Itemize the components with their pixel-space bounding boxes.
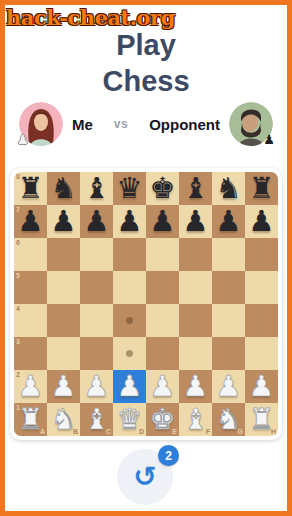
chess-board: 8♜♞♝♛♚♝♞♜7♟♟♟♟♟♟♟♟65432♟♟♟♟♟♟♟♟1A♜B♞C♝D♛… — [14, 172, 278, 436]
page: hack-cheat.org Play Chess ♟ Me vs — [5, 5, 287, 511]
black-knight-g8: ♞ — [216, 172, 242, 205]
square-d3[interactable] — [113, 337, 146, 370]
square-c5[interactable] — [80, 271, 113, 304]
square-c1[interactable]: C♝ — [80, 403, 113, 436]
black-pawn-g7: ♟ — [216, 205, 242, 238]
square-f3[interactable] — [179, 337, 212, 370]
file-label-c: C — [106, 428, 111, 435]
black-pawn-d7: ♟ — [117, 205, 143, 238]
square-a7[interactable]: 7♟ — [14, 205, 47, 238]
square-e3[interactable] — [146, 337, 179, 370]
square-b1[interactable]: B♞ — [47, 403, 80, 436]
rank-label-6: 6 — [16, 239, 20, 246]
square-f8[interactable]: ♝ — [179, 172, 212, 205]
square-b2[interactable]: ♟ — [47, 370, 80, 403]
square-g6[interactable] — [212, 238, 245, 271]
file-label-a: A — [40, 428, 45, 435]
rank-label-7: 7 — [16, 206, 20, 213]
watermark-text: hack-cheat.org — [6, 5, 175, 30]
white-pawn-f2: ♟ — [183, 370, 209, 403]
player-opponent: Opponent ♟ — [149, 102, 273, 146]
black-pawn-h7: ♟ — [249, 205, 275, 238]
square-g4[interactable] — [212, 304, 245, 337]
square-e6[interactable] — [146, 238, 179, 271]
square-g7[interactable]: ♟ — [212, 205, 245, 238]
move-hint-dot-d4 — [126, 317, 133, 324]
black-pawn-e7: ♟ — [150, 205, 176, 238]
square-b4[interactable] — [47, 304, 80, 337]
square-b7[interactable]: ♟ — [47, 205, 80, 238]
white-pawn-h2: ♟ — [249, 370, 275, 403]
rank-label-5: 5 — [16, 272, 20, 279]
square-h6[interactable] — [245, 238, 278, 271]
square-g8[interactable]: ♞ — [212, 172, 245, 205]
square-e7[interactable]: ♟ — [146, 205, 179, 238]
square-h2[interactable]: ♟ — [245, 370, 278, 403]
square-f1[interactable]: F♝ — [179, 403, 212, 436]
black-bishop-f8: ♝ — [183, 172, 209, 205]
square-a5[interactable]: 5 — [14, 271, 47, 304]
chess-board-card: 8♜♞♝♛♚♝♞♜7♟♟♟♟♟♟♟♟65432♟♟♟♟♟♟♟♟1A♜B♞C♝D♛… — [10, 168, 282, 440]
square-d2[interactable]: ♟ — [113, 370, 146, 403]
file-label-d: D — [139, 428, 144, 435]
me-color-pawn-icon: ♟ — [17, 133, 29, 146]
square-d1[interactable]: D♛ — [113, 403, 146, 436]
square-h3[interactable] — [245, 337, 278, 370]
square-c2[interactable]: ♟ — [80, 370, 113, 403]
square-c6[interactable] — [80, 238, 113, 271]
square-h7[interactable]: ♟ — [245, 205, 278, 238]
players-row: ♟ Me vs Opponent ♟ — [5, 100, 287, 148]
square-c7[interactable]: ♟ — [80, 205, 113, 238]
square-e4[interactable] — [146, 304, 179, 337]
square-e1[interactable]: E♚ — [146, 403, 179, 436]
file-label-g: G — [238, 428, 243, 435]
square-f5[interactable] — [179, 271, 212, 304]
black-pawn-c7: ♟ — [84, 205, 110, 238]
vs-label: vs — [114, 117, 128, 131]
me-avatar-wrap: ♟ — [19, 102, 63, 146]
white-pawn-d2: ♟ — [117, 370, 143, 403]
square-h4[interactable] — [245, 304, 278, 337]
square-a6[interactable]: 6 — [14, 238, 47, 271]
white-bishop-f1: ♝ — [183, 403, 209, 436]
square-d8[interactable]: ♛ — [113, 172, 146, 205]
square-c8[interactable]: ♝ — [80, 172, 113, 205]
white-pawn-b2: ♟ — [51, 370, 77, 403]
move-hint-dot-d3 — [126, 350, 133, 357]
square-d7[interactable]: ♟ — [113, 205, 146, 238]
undo-control: ↺ 2 — [117, 447, 175, 505]
me-label: Me — [72, 116, 93, 133]
black-knight-b8: ♞ — [51, 172, 77, 205]
black-bishop-c8: ♝ — [84, 172, 110, 205]
title-line-2: Chess — [5, 63, 287, 99]
rank-label-1: 1 — [16, 404, 20, 411]
black-queen-d8: ♛ — [117, 172, 143, 205]
square-e8[interactable]: ♚ — [146, 172, 179, 205]
undo-icon: ↺ — [133, 463, 156, 491]
square-f2[interactable]: ♟ — [179, 370, 212, 403]
black-king-e8: ♚ — [150, 172, 176, 205]
square-a2[interactable]: 2♟ — [14, 370, 47, 403]
square-h5[interactable] — [245, 271, 278, 304]
square-d4[interactable] — [113, 304, 146, 337]
square-a8[interactable]: 8♜ — [14, 172, 47, 205]
opponent-avatar-wrap: ♟ — [229, 102, 273, 146]
rank-label-2: 2 — [16, 371, 20, 378]
opponent-color-pawn-icon: ♟ — [263, 133, 275, 146]
square-e5[interactable] — [146, 271, 179, 304]
square-f7[interactable]: ♟ — [179, 205, 212, 238]
white-pawn-g2: ♟ — [216, 370, 242, 403]
square-b6[interactable] — [47, 238, 80, 271]
square-h8[interactable]: ♜ — [245, 172, 278, 205]
square-g5[interactable] — [212, 271, 245, 304]
black-pawn-f7: ♟ — [183, 205, 209, 238]
black-pawn-b7: ♟ — [51, 205, 77, 238]
opponent-label: Opponent — [149, 116, 220, 133]
file-label-h: H — [271, 428, 276, 435]
white-pawn-a2: ♟ — [18, 370, 44, 403]
square-b8[interactable]: ♞ — [47, 172, 80, 205]
file-label-e: E — [172, 428, 177, 435]
black-rook-a8: ♜ — [18, 172, 44, 205]
square-g3[interactable] — [212, 337, 245, 370]
square-g2[interactable]: ♟ — [212, 370, 245, 403]
square-d6[interactable] — [113, 238, 146, 271]
square-g1[interactable]: G♞ — [212, 403, 245, 436]
player-me: ♟ Me — [19, 102, 93, 146]
square-b3[interactable] — [47, 337, 80, 370]
square-c3[interactable] — [80, 337, 113, 370]
file-label-b: B — [73, 428, 78, 435]
square-f6[interactable] — [179, 238, 212, 271]
rank-label-4: 4 — [16, 305, 20, 312]
undo-count-badge: 2 — [158, 445, 179, 466]
square-d5[interactable] — [113, 271, 146, 304]
white-pawn-c2: ♟ — [84, 370, 110, 403]
square-b5[interactable] — [47, 271, 80, 304]
title-line-1: Play — [5, 27, 287, 63]
black-rook-h8: ♜ — [249, 172, 275, 205]
white-pawn-e2: ♟ — [150, 370, 176, 403]
rank-label-3: 3 — [16, 338, 20, 345]
rank-label-8: 8 — [16, 173, 20, 180]
file-label-f: F — [206, 428, 210, 435]
square-a4[interactable]: 4 — [14, 304, 47, 337]
square-h1[interactable]: H♜ — [245, 403, 278, 436]
page-title: Play Chess — [5, 27, 287, 99]
square-e2[interactable]: ♟ — [146, 370, 179, 403]
square-a1[interactable]: 1A♜ — [14, 403, 47, 436]
square-a3[interactable]: 3 — [14, 337, 47, 370]
square-f4[interactable] — [179, 304, 212, 337]
black-pawn-a7: ♟ — [18, 205, 44, 238]
square-c4[interactable] — [80, 304, 113, 337]
